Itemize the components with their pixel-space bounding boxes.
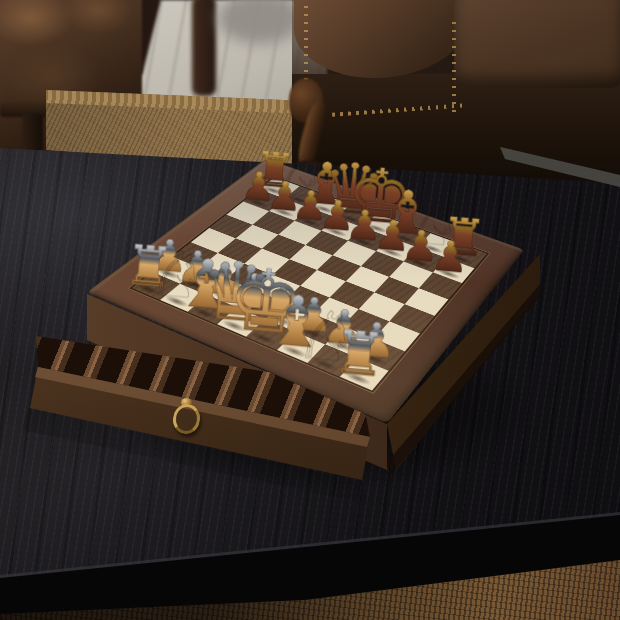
square-e7[interactable]: ♟ xyxy=(348,227,390,251)
piece-shadow xyxy=(271,207,296,219)
piece-glyph: ♜ xyxy=(330,317,389,390)
piece-shadow xyxy=(323,226,349,238)
piece-glyph: ♝ xyxy=(298,148,355,220)
square-e6[interactable] xyxy=(333,241,376,266)
board-tilt-wrapper: ♜♞♝♛♚♝♞♜♟♟♟♟♟♟♟♟♟♟♟♟♟♟♟♟♜♞♝♛♚♝♞♜ xyxy=(0,0,620,620)
piece-shadow xyxy=(434,267,461,280)
chess-board-grid: ♜♞♝♛♚♝♞♜♟♟♟♟♟♟♟♟♟♟♟♟♟♟♟♟♜♞♝♛♚♝♞♜ xyxy=(132,177,487,390)
piece-shadow xyxy=(392,232,418,244)
square-g6[interactable] xyxy=(389,262,432,288)
piece-shadow xyxy=(419,242,446,255)
square-c8[interactable]: ♝ xyxy=(310,195,350,217)
piece-glyph: ♜ xyxy=(251,141,298,199)
piece-shadow xyxy=(350,236,376,248)
square-d7[interactable]: ♟ xyxy=(321,217,363,240)
square-h1[interactable]: ♜ xyxy=(339,357,388,390)
piece-black-pawn[interactable]: ♟ xyxy=(429,236,470,279)
photo-stage: Walnut and maple chess set with brass-to… xyxy=(0,0,620,620)
square-b6[interactable] xyxy=(252,211,294,234)
square-f8[interactable]: ♝ xyxy=(390,223,431,247)
piece-glyph: ♛ xyxy=(319,146,388,231)
piece-black-pawn[interactable]: ♟ xyxy=(400,225,440,267)
square-a5[interactable] xyxy=(209,215,252,239)
square-b8[interactable]: ♞ xyxy=(284,186,324,208)
piece-shadow xyxy=(312,203,337,215)
piece-black-king[interactable]: ♚ xyxy=(344,159,416,234)
piece-black-bishop[interactable]: ♝ xyxy=(298,155,354,214)
square-e8[interactable]: ♚ xyxy=(362,214,403,237)
square-d6[interactable] xyxy=(305,231,348,255)
piece-black-knight[interactable]: ♞ xyxy=(273,148,327,204)
piece-black-pawn[interactable]: ♟ xyxy=(317,195,356,236)
square-a8[interactable]: ♜ xyxy=(259,177,299,198)
square-b7[interactable]: ♟ xyxy=(269,198,310,220)
piece-glyph: ♟ xyxy=(344,200,384,250)
piece-shadow xyxy=(364,222,390,234)
piece-glyph: ♟ xyxy=(265,172,304,221)
board-scene: ♜♞♝♛♚♝♞♜♟♟♟♟♟♟♟♟♟♟♟♟♟♟♟♟♜♞♝♛♚♝♞♜ xyxy=(0,0,620,620)
piece-shadow xyxy=(296,216,322,228)
piece-glyph: ♞ xyxy=(273,148,327,204)
piece-shadow xyxy=(261,185,286,196)
piece-shadow xyxy=(377,246,404,259)
piece-shadow xyxy=(338,213,364,225)
square-c7[interactable]: ♟ xyxy=(295,208,336,231)
square-f6[interactable] xyxy=(361,251,404,277)
piece-shadow xyxy=(448,252,475,265)
square-g7[interactable]: ♟ xyxy=(404,247,446,272)
piece-black-rook[interactable]: ♜ xyxy=(252,147,298,195)
piece-shadow xyxy=(286,194,311,205)
piece-black-pawn[interactable]: ♟ xyxy=(240,167,278,207)
piece-glyph: ♟ xyxy=(400,220,441,271)
square-c6[interactable] xyxy=(279,221,321,245)
piece-black-bishop[interactable]: ♝ xyxy=(378,183,436,244)
square-d8[interactable]: ♛ xyxy=(336,204,377,227)
square-h7[interactable]: ♟ xyxy=(432,257,474,283)
piece-black-pawn[interactable]: ♟ xyxy=(291,186,330,227)
piece-glyph: ♟ xyxy=(291,181,330,230)
piece-glyph: ♟ xyxy=(317,191,357,241)
square-h8[interactable]: ♜ xyxy=(446,243,487,268)
square-f7[interactable]: ♟ xyxy=(376,237,418,262)
piece-glyph: ♟ xyxy=(239,163,278,211)
piece-glyph: ♟ xyxy=(372,210,413,261)
piece-black-rook[interactable]: ♜ xyxy=(438,212,487,264)
piece-shadow xyxy=(245,197,270,208)
piece-shadow xyxy=(406,256,433,269)
piece-glyph: ♟ xyxy=(429,231,471,283)
piece-glyph: ♜ xyxy=(438,206,488,268)
piece-black-pawn[interactable]: ♟ xyxy=(265,176,303,216)
piece-black-queen[interactable]: ♛ xyxy=(319,153,386,224)
piece-black-pawn[interactable]: ♟ xyxy=(372,215,412,257)
piece-white-rook[interactable]: ♜ xyxy=(330,324,388,385)
piece-glyph: ♚ xyxy=(343,151,416,241)
piece-black-pawn[interactable]: ♟ xyxy=(345,205,384,246)
piece-glyph: ♝ xyxy=(377,175,436,249)
piece-black-knight[interactable]: ♞ xyxy=(406,194,462,253)
piece-glyph: ♞ xyxy=(406,194,462,253)
square-a7[interactable]: ♟ xyxy=(243,189,284,211)
square-g8[interactable]: ♞ xyxy=(417,233,458,257)
chess-board-frame: ♜♞♝♛♚♝♞♜♟♟♟♟♟♟♟♟♟♟♟♟♟♟♟♟♜♞♝♛♚♝♞♜ xyxy=(87,159,524,424)
square-a6[interactable] xyxy=(227,202,269,225)
